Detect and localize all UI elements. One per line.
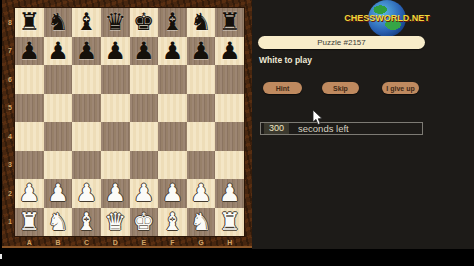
square-d4[interactable] <box>101 122 130 151</box>
white-bishop[interactable]: ♝ <box>72 208 101 237</box>
black-pawn[interactable]: ♟ <box>44 37 73 66</box>
square-c7[interactable]: ♟ <box>72 37 101 66</box>
chess-board[interactable]: ♜♞♝♛♚♝♞♜♟♟♟♟♟♟♟♟♟♟♟♟♟♟♟♟♜♞♝♛♚♝♞♜ <box>15 8 244 236</box>
rank-label-6: 6 <box>5 65 15 94</box>
black-king[interactable]: ♚ <box>130 8 159 37</box>
file-label-b: B <box>44 236 73 248</box>
square-g8[interactable]: ♞ <box>187 8 216 37</box>
timer-bar: 300 seconds left <box>260 122 423 135</box>
square-a3[interactable] <box>15 151 44 180</box>
black-knight[interactable]: ♞ <box>187 8 216 37</box>
square-h8[interactable]: ♜ <box>215 8 244 37</box>
hint-button[interactable]: Hint <box>263 82 302 94</box>
black-pawn[interactable]: ♟ <box>215 37 244 66</box>
square-f8[interactable]: ♝ <box>158 8 187 37</box>
square-b3[interactable] <box>44 151 73 180</box>
square-e5[interactable] <box>130 94 159 123</box>
square-e2[interactable]: ♟ <box>130 179 159 208</box>
square-c3[interactable] <box>72 151 101 180</box>
square-a6[interactable] <box>15 65 44 94</box>
file-label-d: D <box>101 236 130 248</box>
white-rook[interactable]: ♜ <box>215 208 244 237</box>
square-d6[interactable] <box>101 65 130 94</box>
white-pawn[interactable]: ♟ <box>101 179 130 208</box>
rank-label-3: 3 <box>5 151 15 180</box>
rank-labels: 87654321 <box>5 8 15 236</box>
rank-label-5: 5 <box>5 94 15 123</box>
square-b4[interactable] <box>44 122 73 151</box>
square-d2[interactable]: ♟ <box>101 179 130 208</box>
square-h1[interactable]: ♜ <box>215 208 244 237</box>
give-up-button[interactable]: I give up <box>382 82 419 94</box>
side-panel: CHESSWORLD.NET Puzzle #2157 White to pla… <box>252 0 474 249</box>
white-knight[interactable]: ♞ <box>44 208 73 237</box>
black-rook[interactable]: ♜ <box>215 8 244 37</box>
black-pawn[interactable]: ♟ <box>158 37 187 66</box>
mouse-cursor-icon <box>312 110 324 126</box>
white-rook[interactable]: ♜ <box>15 208 44 237</box>
square-h4[interactable] <box>215 122 244 151</box>
square-h6[interactable] <box>215 65 244 94</box>
black-pawn[interactable]: ♟ <box>15 37 44 66</box>
square-f4[interactable] <box>158 122 187 151</box>
square-e6[interactable] <box>130 65 159 94</box>
file-labels: ABCDEFGH <box>15 236 244 248</box>
square-g6[interactable] <box>187 65 216 94</box>
square-h3[interactable] <box>215 151 244 180</box>
square-f1[interactable]: ♝ <box>158 208 187 237</box>
puzzle-number-badge: Puzzle #2157 <box>258 36 425 49</box>
square-d5[interactable] <box>101 94 130 123</box>
white-king[interactable]: ♚ <box>130 208 159 237</box>
white-knight[interactable]: ♞ <box>187 208 216 237</box>
square-a8[interactable]: ♜ <box>15 8 44 37</box>
square-a4[interactable] <box>15 122 44 151</box>
black-bishop[interactable]: ♝ <box>72 8 101 37</box>
black-queen[interactable]: ♛ <box>101 8 130 37</box>
square-g5[interactable] <box>187 94 216 123</box>
black-pawn[interactable]: ♟ <box>72 37 101 66</box>
file-label-a: A <box>15 236 44 248</box>
square-c6[interactable] <box>72 65 101 94</box>
black-pawn[interactable]: ♟ <box>130 37 159 66</box>
square-b1[interactable]: ♞ <box>44 208 73 237</box>
black-bishop[interactable]: ♝ <box>158 8 187 37</box>
white-pawn[interactable]: ♟ <box>130 179 159 208</box>
square-g4[interactable] <box>187 122 216 151</box>
square-b6[interactable] <box>44 65 73 94</box>
black-rook[interactable]: ♜ <box>15 8 44 37</box>
square-f3[interactable] <box>158 151 187 180</box>
square-b8[interactable]: ♞ <box>44 8 73 37</box>
video-artifact <box>0 254 2 259</box>
file-label-c: C <box>72 236 101 248</box>
file-label-f: F <box>158 236 187 248</box>
square-g3[interactable] <box>187 151 216 180</box>
white-pawn[interactable]: ♟ <box>215 179 244 208</box>
rank-label-7: 7 <box>5 37 15 66</box>
square-c4[interactable] <box>72 122 101 151</box>
square-d1[interactable]: ♛ <box>101 208 130 237</box>
square-c5[interactable] <box>72 94 101 123</box>
board-frame: 87654321 ♜♞♝♛♚♝♞♜♟♟♟♟♟♟♟♟♟♟♟♟♟♟♟♟♜♞♝♛♚♝♞… <box>2 0 252 248</box>
square-a5[interactable] <box>15 94 44 123</box>
square-d8[interactable]: ♛ <box>101 8 130 37</box>
square-c2[interactable]: ♟ <box>72 179 101 208</box>
timer-value-field[interactable]: 300 <box>264 123 289 134</box>
square-b5[interactable] <box>44 94 73 123</box>
square-h7[interactable]: ♟ <box>215 37 244 66</box>
square-g1[interactable]: ♞ <box>187 208 216 237</box>
site-logo[interactable]: CHESSWORLD.NET <box>344 13 430 23</box>
square-d7[interactable]: ♟ <box>101 37 130 66</box>
square-h5[interactable] <box>215 94 244 123</box>
white-queen[interactable]: ♛ <box>101 208 130 237</box>
square-a2[interactable]: ♟ <box>15 179 44 208</box>
square-e8[interactable]: ♚ <box>130 8 159 37</box>
side-to-move-label: White to play <box>259 55 312 65</box>
black-pawn[interactable]: ♟ <box>101 37 130 66</box>
file-label-h: H <box>215 236 244 248</box>
rank-label-2: 2 <box>5 179 15 208</box>
white-pawn[interactable]: ♟ <box>44 179 73 208</box>
square-f5[interactable] <box>158 94 187 123</box>
square-f2[interactable]: ♟ <box>158 179 187 208</box>
square-e7[interactable]: ♟ <box>130 37 159 66</box>
file-label-g: G <box>187 236 216 248</box>
rank-label-8: 8 <box>5 8 15 37</box>
white-pawn[interactable]: ♟ <box>158 179 187 208</box>
rank-label-1: 1 <box>5 208 15 237</box>
white-pawn[interactable]: ♟ <box>72 179 101 208</box>
square-b7[interactable]: ♟ <box>44 37 73 66</box>
square-f6[interactable] <box>158 65 187 94</box>
square-a7[interactable]: ♟ <box>15 37 44 66</box>
square-e4[interactable] <box>130 122 159 151</box>
rank-label-4: 4 <box>5 122 15 151</box>
white-pawn[interactable]: ♟ <box>187 179 216 208</box>
skip-button[interactable]: Skip <box>322 82 359 94</box>
white-pawn[interactable]: ♟ <box>15 179 44 208</box>
square-h2[interactable]: ♟ <box>215 179 244 208</box>
square-g2[interactable]: ♟ <box>187 179 216 208</box>
black-pawn[interactable]: ♟ <box>187 37 216 66</box>
page: 87654321 ♜♞♝♛♚♝♞♜♟♟♟♟♟♟♟♟♟♟♟♟♟♟♟♟♜♞♝♛♚♝♞… <box>0 0 474 266</box>
white-bishop[interactable]: ♝ <box>158 208 187 237</box>
square-e3[interactable] <box>130 151 159 180</box>
square-c8[interactable]: ♝ <box>72 8 101 37</box>
square-f7[interactable]: ♟ <box>158 37 187 66</box>
black-knight[interactable]: ♞ <box>44 8 73 37</box>
square-g7[interactable]: ♟ <box>187 37 216 66</box>
file-label-e: E <box>130 236 159 248</box>
square-e1[interactable]: ♚ <box>130 208 159 237</box>
square-d3[interactable] <box>101 151 130 180</box>
square-b2[interactable]: ♟ <box>44 179 73 208</box>
square-c1[interactable]: ♝ <box>72 208 101 237</box>
square-a1[interactable]: ♜ <box>15 208 44 237</box>
